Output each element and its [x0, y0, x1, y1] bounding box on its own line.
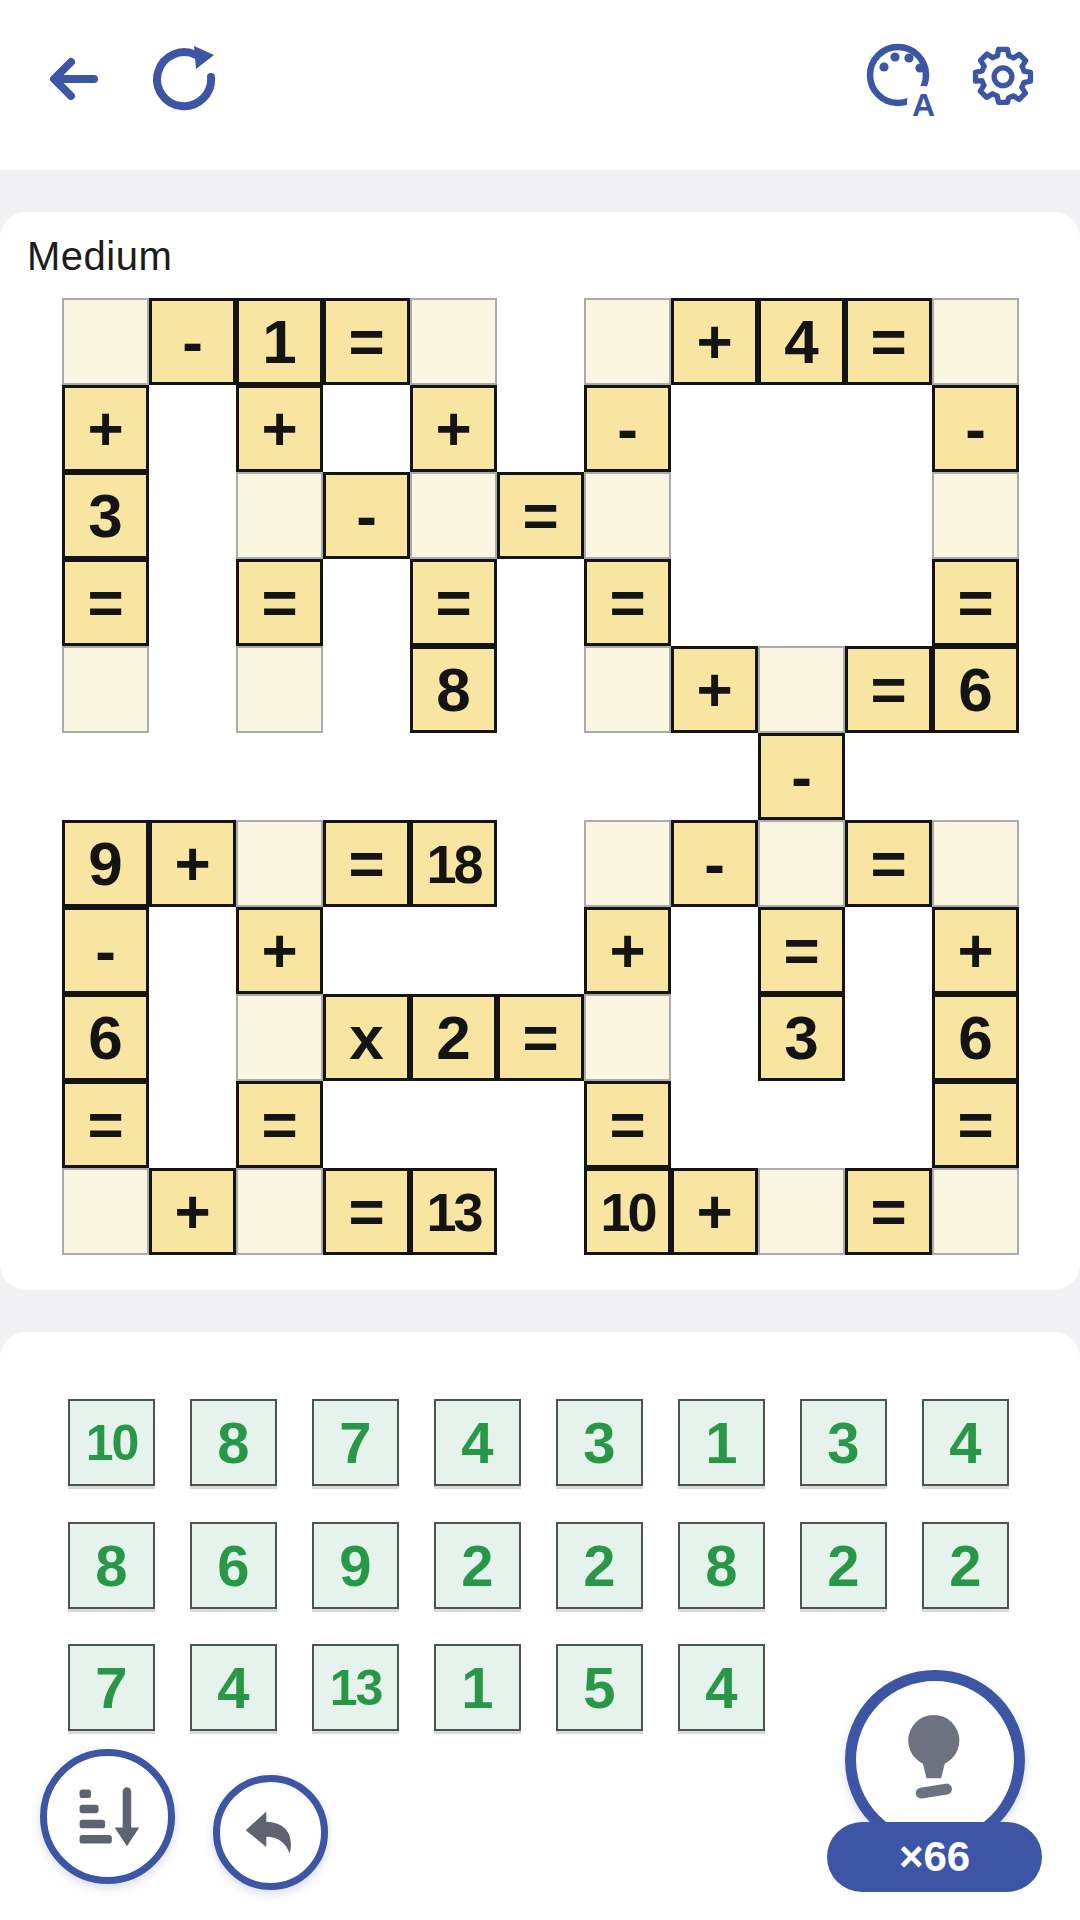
board-cell-given: =	[584, 1081, 671, 1168]
board-cell-given: =	[236, 1081, 323, 1168]
number-tile[interactable]: 2	[922, 1522, 1009, 1609]
board-cell-empty[interactable]	[932, 472, 1019, 559]
board-cell-given: =	[62, 559, 149, 646]
board-cell-given: =	[410, 559, 497, 646]
board-cell-given: 2	[410, 994, 497, 1081]
sort-icon	[72, 1783, 144, 1851]
settings-button[interactable]	[970, 44, 1036, 106]
board-cell-empty[interactable]	[236, 994, 323, 1081]
board-cell-given: =	[932, 559, 1019, 646]
board-cell-given: =	[845, 298, 932, 385]
board-cell-empty[interactable]	[62, 1168, 149, 1255]
board-cell-given: =	[845, 646, 932, 733]
board-cell-given: 6	[62, 994, 149, 1081]
board-cell-given: =	[845, 820, 932, 907]
board-cell-given: =	[497, 472, 584, 559]
undo-button[interactable]	[213, 1775, 328, 1890]
board-cell-empty[interactable]	[758, 820, 845, 907]
board-cell-given: =	[323, 298, 410, 385]
back-button[interactable]	[44, 54, 100, 104]
board-cell-given: +	[236, 385, 323, 472]
board-cell-empty[interactable]	[932, 298, 1019, 385]
restart-button[interactable]	[150, 46, 216, 112]
board-cell-given: =	[584, 559, 671, 646]
tray-row: 86922822	[68, 1522, 1009, 1609]
difficulty-label: Medium	[27, 234, 172, 279]
number-tile[interactable]: 4	[922, 1399, 1009, 1486]
board-cell-empty[interactable]	[410, 298, 497, 385]
board-cell-empty[interactable]	[584, 298, 671, 385]
board-cell-given: =	[932, 1081, 1019, 1168]
number-tile[interactable]: 7	[68, 1644, 155, 1731]
board-cell-given: 6	[932, 994, 1019, 1081]
board-cell-given: =	[62, 1081, 149, 1168]
board-cell-given: -	[149, 298, 236, 385]
top-bar: A	[0, 0, 1080, 170]
tray-card: 108743134 86922822 7413154	[0, 1332, 1080, 1920]
board-cell-empty[interactable]	[62, 646, 149, 733]
board-cell-empty[interactable]	[584, 994, 671, 1081]
board-cell-empty[interactable]	[758, 646, 845, 733]
board-cell-empty[interactable]	[932, 820, 1019, 907]
board-cell-given: 6	[932, 646, 1019, 733]
number-tile[interactable]: 8	[68, 1522, 155, 1609]
board-cell-given: +	[671, 646, 758, 733]
board-cell-empty[interactable]	[932, 1168, 1019, 1255]
number-tile[interactable]: 1	[678, 1399, 765, 1486]
app-screen: A Medium -1=+4=+++--3-======8+=6-9+=18-=…	[0, 0, 1080, 1920]
board-cell-given: -	[584, 385, 671, 472]
board-cell-empty[interactable]	[410, 472, 497, 559]
board-cell-given: 13	[410, 1168, 497, 1255]
board-cell-given: =	[845, 1168, 932, 1255]
board-cell-empty[interactable]	[584, 646, 671, 733]
board-cell-given: +	[932, 907, 1019, 994]
board-cell-empty[interactable]	[236, 646, 323, 733]
number-tile[interactable]: 1	[434, 1644, 521, 1731]
sort-button[interactable]	[40, 1749, 175, 1884]
lightbulb-icon	[896, 1710, 974, 1810]
board-cell-given: =	[323, 820, 410, 907]
board-cell-given: x	[323, 994, 410, 1081]
number-tile[interactable]: 8	[190, 1399, 277, 1486]
board-cell-given: -	[323, 472, 410, 559]
board-cell-given: +	[671, 298, 758, 385]
number-tile[interactable]: 6	[190, 1522, 277, 1609]
number-tile[interactable]: 5	[556, 1644, 643, 1731]
number-tile[interactable]: 9	[312, 1522, 399, 1609]
hint-count-badge[interactable]: ×66	[827, 1822, 1042, 1892]
number-tile[interactable]: 8	[678, 1522, 765, 1609]
number-tile[interactable]: 7	[312, 1399, 399, 1486]
board-cell-given: =	[236, 559, 323, 646]
board-cell-given: +	[149, 1168, 236, 1255]
board-cell-empty[interactable]	[236, 1168, 323, 1255]
gear-icon	[970, 44, 1036, 106]
number-tile[interactable]: 2	[800, 1522, 887, 1609]
board-cell-given: 10	[584, 1168, 671, 1255]
board-cell-empty[interactable]	[62, 298, 149, 385]
theme-button[interactable]: A	[864, 38, 944, 118]
palette-icon: A	[864, 38, 944, 118]
number-tile[interactable]: 4	[678, 1644, 765, 1731]
refresh-icon	[150, 46, 216, 112]
number-tile[interactable]: 10	[68, 1399, 155, 1486]
tray-row: 7413154	[68, 1644, 765, 1731]
puzzle-board: -1=+4=+++--3-======8+=6-9+=18-=-++=+6x2=…	[62, 298, 1019, 1255]
board-cell-given: +	[671, 1168, 758, 1255]
board-cell-empty[interactable]	[584, 472, 671, 559]
board-cell-given: 9	[62, 820, 149, 907]
board-cell-given: 3	[62, 472, 149, 559]
board-cell-empty[interactable]	[584, 820, 671, 907]
board-cell-given: +	[62, 385, 149, 472]
number-tile[interactable]: 2	[556, 1522, 643, 1609]
board-cell-given: -	[758, 733, 845, 820]
board-cell-empty[interactable]	[758, 1168, 845, 1255]
board-cell-given: 3	[758, 994, 845, 1081]
undo-icon	[241, 1804, 301, 1862]
board-cell-given: +	[410, 385, 497, 472]
board-cell-given: -	[671, 820, 758, 907]
board-cell-given: +	[236, 907, 323, 994]
svg-text:A: A	[912, 87, 935, 118]
number-tile[interactable]: 3	[556, 1399, 643, 1486]
tray-row: 108743134	[68, 1399, 1009, 1486]
number-tile[interactable]: 3	[800, 1399, 887, 1486]
board-cell-given: =	[497, 994, 584, 1081]
board-cell-given: =	[758, 907, 845, 994]
board-cell-given: 4	[758, 298, 845, 385]
puzzle-card: Medium -1=+4=+++--3-======8+=6-9+=18-=-+…	[0, 212, 1080, 1290]
number-tile[interactable]: 2	[434, 1522, 521, 1609]
board-cell-empty[interactable]	[236, 820, 323, 907]
board-cell-given: -	[62, 907, 149, 994]
board-cell-given: -	[932, 385, 1019, 472]
board-cell-empty[interactable]	[236, 472, 323, 559]
board-cell-given: 18	[410, 820, 497, 907]
board-cell-given: 8	[410, 646, 497, 733]
number-tile[interactable]: 4	[434, 1399, 521, 1486]
board-cell-given: =	[323, 1168, 410, 1255]
board-cell-given: 1	[236, 298, 323, 385]
back-arrow-icon	[44, 54, 100, 104]
number-tile[interactable]: 13	[312, 1644, 399, 1731]
number-tile[interactable]: 4	[190, 1644, 277, 1731]
board-cell-given: +	[149, 820, 236, 907]
board-cell-given: +	[584, 907, 671, 994]
